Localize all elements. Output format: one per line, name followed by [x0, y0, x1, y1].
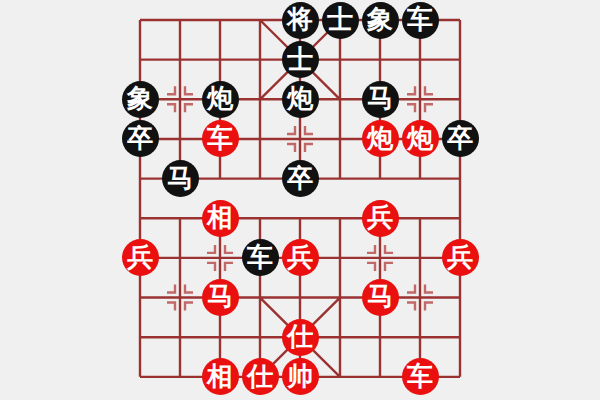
piece-glyph: 车 — [407, 363, 433, 389]
piece-glyph: 兵 — [287, 244, 313, 270]
red-advisor[interactable]: 仕 — [282, 319, 319, 356]
piece-glyph: 马 — [367, 283, 393, 309]
black-cannon[interactable]: 炮 — [282, 81, 319, 118]
piece-glyph: 卒 — [127, 125, 153, 151]
black-horse[interactable]: 马 — [362, 81, 399, 118]
black-advisor[interactable]: 士 — [322, 2, 359, 39]
red-advisor[interactable]: 仕 — [242, 358, 279, 395]
piece-glyph: 兵 — [447, 244, 473, 270]
piece-glyph: 车 — [247, 244, 273, 270]
red-cannon[interactable]: 炮 — [402, 120, 439, 157]
red-soldier[interactable]: 兵 — [282, 239, 319, 276]
black-advisor[interactable]: 士 — [282, 41, 319, 78]
piece-glyph: 马 — [167, 165, 193, 191]
red-horse[interactable]: 马 — [362, 279, 399, 316]
red-cannon[interactable]: 炮 — [362, 120, 399, 157]
black-chariot[interactable]: 车 — [402, 2, 439, 39]
piece-glyph: 卒 — [447, 125, 473, 151]
red-soldier[interactable]: 兵 — [122, 239, 159, 276]
red-chariot[interactable]: 车 — [402, 358, 439, 395]
black-soldier[interactable]: 卒 — [122, 120, 159, 157]
red-elephant[interactable]: 相 — [202, 200, 239, 237]
piece-glyph: 相 — [207, 363, 233, 389]
piece-glyph: 象 — [127, 85, 153, 111]
black-soldier[interactable]: 卒 — [442, 120, 479, 157]
piece-glyph: 炮 — [287, 85, 313, 111]
red-chariot[interactable]: 车 — [202, 120, 239, 157]
black-elephant[interactable]: 象 — [122, 81, 159, 118]
piece-glyph: 马 — [367, 85, 393, 111]
black-elephant[interactable]: 象 — [362, 2, 399, 39]
red-general[interactable]: 帅 — [282, 358, 319, 395]
black-cannon[interactable]: 炮 — [202, 81, 239, 118]
piece-glyph: 马 — [207, 283, 233, 309]
piece-glyph: 仕 — [247, 363, 273, 389]
piece-glyph: 士 — [327, 6, 353, 32]
black-soldier[interactable]: 卒 — [282, 160, 319, 197]
piece-glyph: 炮 — [207, 85, 233, 111]
black-horse[interactable]: 马 — [162, 160, 199, 197]
piece-glyph: 象 — [367, 6, 393, 32]
black-general[interactable]: 将 — [282, 2, 319, 39]
piece-glyph: 车 — [407, 6, 433, 32]
piece-glyph: 炮 — [367, 125, 393, 151]
piece-glyph: 炮 — [407, 125, 433, 151]
piece-glyph: 兵 — [367, 204, 393, 230]
xiangqi-board[interactable]: 将士象车士象炮炮马卒车炮炮卒马卒相兵兵车兵兵马马仕相仕帅车 — [120, 0, 480, 397]
red-elephant[interactable]: 相 — [202, 358, 239, 395]
piece-glyph: 兵 — [127, 244, 153, 270]
xiangqi-app: 将士象车士象炮炮马卒车炮炮卒马卒相兵兵车兵兵马马仕相仕帅车 — [0, 0, 600, 400]
red-soldier[interactable]: 兵 — [362, 200, 399, 237]
piece-glyph: 将 — [287, 6, 313, 32]
piece-glyph: 帅 — [287, 363, 313, 389]
piece-glyph: 仕 — [287, 323, 313, 349]
piece-glyph: 车 — [207, 125, 233, 151]
red-soldier[interactable]: 兵 — [442, 239, 479, 276]
red-horse[interactable]: 马 — [202, 279, 239, 316]
piece-glyph: 卒 — [287, 165, 313, 191]
piece-glyph: 士 — [287, 46, 313, 72]
black-chariot[interactable]: 车 — [242, 239, 279, 276]
piece-glyph: 相 — [207, 204, 233, 230]
